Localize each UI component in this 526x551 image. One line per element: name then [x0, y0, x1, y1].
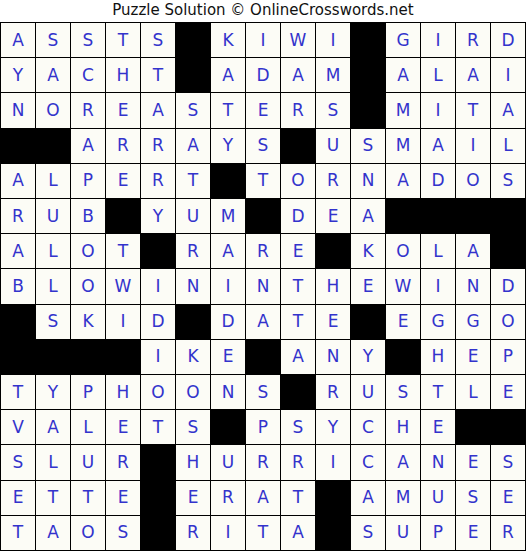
cell-r11c12: S: [386, 375, 420, 409]
cell-letter: H: [187, 454, 200, 471]
cell-r2c4: H: [106, 58, 140, 92]
cell-letter: R: [292, 454, 304, 471]
cell-r9c5: D: [141, 305, 175, 339]
cell-letter: G: [466, 313, 479, 330]
cell-r7c14: A: [456, 234, 490, 268]
cell-r6c3: B: [71, 199, 105, 233]
cell-letter: U: [222, 454, 234, 471]
cell-r3c4: E: [106, 93, 140, 127]
cell-letter: O: [46, 102, 59, 119]
cell-letter: E: [293, 243, 304, 260]
cell-letter: E: [258, 102, 269, 119]
cell-r2c5: T: [141, 58, 175, 92]
black-cell-r6c15: [491, 199, 525, 233]
black-cell-r1c11: [351, 23, 385, 57]
cell-letter: E: [328, 313, 339, 330]
cell-letter: K: [82, 313, 93, 330]
cell-r9c3: K: [71, 305, 105, 339]
cell-letter: A: [12, 172, 24, 189]
cell-letter: D: [501, 32, 514, 49]
black-cell-r12c14: [456, 410, 490, 444]
cell-letter: O: [81, 278, 94, 295]
cell-r7c4: T: [106, 234, 140, 268]
cell-r5c4: E: [106, 164, 140, 198]
cell-r12c2: A: [36, 410, 70, 444]
cell-letter: I: [260, 32, 265, 49]
cell-r13c3: U: [71, 445, 105, 479]
cell-letter: M: [396, 137, 411, 154]
cell-letter: O: [396, 243, 409, 260]
cell-r13c7: U: [211, 445, 245, 479]
black-cell-r10c1: [1, 340, 35, 374]
cell-letter: U: [397, 524, 409, 541]
cell-letter: U: [47, 208, 59, 225]
cell-r12c3: L: [71, 410, 105, 444]
cell-r15c1: T: [1, 516, 35, 550]
cell-r10c10: N: [316, 340, 350, 374]
black-cell-r15c5: [141, 516, 175, 550]
cell-letter: O: [501, 313, 514, 330]
cell-r4c11: S: [351, 129, 385, 163]
cell-r3c13: I: [421, 93, 455, 127]
cell-r8c15: D: [491, 269, 525, 303]
cell-r8c4: W: [106, 269, 140, 303]
cell-r7c3: O: [71, 234, 105, 268]
cell-r2c8: D: [246, 58, 280, 92]
cell-r3c2: O: [36, 93, 70, 127]
cell-r9c14: G: [456, 305, 490, 339]
cell-letter: R: [117, 454, 129, 471]
cell-r11c11: U: [351, 375, 385, 409]
cell-letter: A: [187, 137, 199, 154]
cell-letter: R: [327, 384, 339, 401]
cell-r12c6: S: [176, 410, 210, 444]
cell-letter: A: [222, 67, 234, 84]
cell-r11c5: O: [141, 375, 175, 409]
cell-r10c14: E: [456, 340, 490, 374]
cell-r2c7: A: [211, 58, 245, 92]
cell-r13c15: S: [491, 445, 525, 479]
cell-letter: I: [330, 32, 335, 49]
cell-letter: A: [502, 102, 514, 119]
cell-r8c7: I: [211, 269, 245, 303]
cell-r9c12: E: [386, 305, 420, 339]
cell-letter: B: [12, 278, 24, 295]
cell-letter: E: [13, 489, 24, 506]
cell-r8c1: B: [1, 269, 35, 303]
cell-r2c10: M: [316, 58, 350, 92]
cell-letter: T: [13, 384, 23, 401]
cell-r10c13: H: [421, 340, 455, 374]
cell-r6c5: Y: [141, 199, 175, 233]
cell-letter: A: [397, 172, 409, 189]
cell-r14c11: A: [351, 481, 385, 515]
cell-r3c5: A: [141, 93, 175, 127]
cell-r6c7: M: [211, 199, 245, 233]
cell-letter: T: [433, 384, 443, 401]
cell-letter: I: [330, 454, 335, 471]
cell-letter: A: [47, 524, 59, 541]
cell-r12c8: P: [246, 410, 280, 444]
cell-r14c14: S: [456, 481, 490, 515]
cell-letter: E: [398, 313, 409, 330]
cell-letter: A: [292, 524, 304, 541]
cell-r15c7: I: [211, 516, 245, 550]
black-cell-r6c8: [246, 199, 280, 233]
cell-r14c8: A: [246, 481, 280, 515]
cell-letter: N: [432, 454, 445, 471]
cell-letter: O: [466, 172, 479, 189]
cell-r13c13: N: [421, 445, 455, 479]
cell-r9c2: S: [36, 305, 70, 339]
cell-r4c10: U: [316, 129, 350, 163]
cell-r4c13: A: [421, 129, 455, 163]
cell-r15c8: T: [246, 516, 280, 550]
black-cell-r6c12: [386, 199, 420, 233]
cell-r7c7: A: [211, 234, 245, 268]
cell-letter: T: [118, 243, 128, 260]
cell-letter: P: [433, 524, 443, 541]
cell-letter: E: [118, 102, 129, 119]
cell-letter: R: [257, 454, 269, 471]
black-cell-r12c15: [491, 410, 525, 444]
cell-letter: R: [152, 172, 164, 189]
cell-letter: U: [327, 137, 339, 154]
cell-letter: D: [221, 313, 234, 330]
cell-r15c15: R: [491, 516, 525, 550]
black-cell-r10c2: [36, 340, 70, 374]
cell-r11c14: L: [456, 375, 490, 409]
cell-letter: R: [467, 32, 479, 49]
black-cell-r4c9: [281, 129, 315, 163]
black-cell-r7c15: [491, 234, 525, 268]
cell-r11c15: E: [491, 375, 525, 409]
cell-letter: D: [256, 67, 269, 84]
black-cell-r14c10: [316, 481, 350, 515]
cell-r4c3: A: [71, 129, 105, 163]
cell-letter: M: [396, 102, 411, 119]
cell-r3c9: R: [281, 93, 315, 127]
cell-r1c4: T: [106, 23, 140, 57]
black-cell-r12c7: [211, 410, 245, 444]
cell-r12c9: S: [281, 410, 315, 444]
black-cell-r4c2: [36, 129, 70, 163]
cell-letter: I: [225, 278, 230, 295]
cell-r1c5: S: [141, 23, 175, 57]
cell-r15c11: S: [351, 516, 385, 550]
cell-r7c2: L: [36, 234, 70, 268]
cell-r9c10: E: [316, 305, 350, 339]
cell-letter: W: [395, 278, 412, 295]
cell-letter: N: [327, 348, 340, 365]
cell-letter: T: [48, 489, 58, 506]
cell-letter: T: [293, 313, 303, 330]
cell-letter: O: [81, 243, 94, 260]
black-cell-r11c9: [281, 375, 315, 409]
cell-r3c14: T: [456, 93, 490, 127]
cell-letter: R: [187, 243, 199, 260]
cell-r3c10: S: [316, 93, 350, 127]
cell-letter: P: [258, 419, 268, 436]
cell-letter: T: [223, 102, 233, 119]
black-cell-r1c6: [176, 23, 210, 57]
cell-letter: S: [293, 419, 304, 436]
cell-r7c6: R: [176, 234, 210, 268]
cell-r13c1: S: [1, 445, 35, 479]
cell-letter: G: [431, 313, 444, 330]
cell-r10c5: I: [141, 340, 175, 374]
cell-letter: I: [225, 524, 230, 541]
cell-letter: T: [258, 524, 268, 541]
cell-r2c14: A: [456, 58, 490, 92]
black-cell-r2c6: [176, 58, 210, 92]
cell-r14c3: T: [71, 481, 105, 515]
cell-letter: H: [397, 419, 410, 436]
cell-letter: Y: [223, 137, 233, 154]
cell-letter: H: [117, 384, 130, 401]
cell-r13c10: I: [316, 445, 350, 479]
cell-letter: E: [328, 208, 339, 225]
cell-letter: C: [362, 454, 374, 471]
cell-letter: A: [12, 243, 24, 260]
cell-letter: M: [396, 489, 411, 506]
black-cell-r10c3: [71, 340, 105, 374]
cell-letter: D: [291, 208, 304, 225]
cell-letter: S: [118, 524, 129, 541]
cell-r11c10: R: [316, 375, 350, 409]
cell-letter: A: [362, 489, 374, 506]
cell-letter: E: [433, 419, 444, 436]
cell-letter: E: [118, 489, 129, 506]
black-cell-r9c6: [176, 305, 210, 339]
cell-r5c5: R: [141, 164, 175, 198]
black-cell-r13c5: [141, 445, 175, 479]
cell-r7c9: E: [281, 234, 315, 268]
cell-letter: E: [503, 384, 514, 401]
cell-letter: I: [435, 278, 440, 295]
cell-r11c8: S: [246, 375, 280, 409]
cell-r8c9: T: [281, 269, 315, 303]
cell-letter: Y: [363, 348, 373, 365]
cell-letter: A: [82, 137, 94, 154]
cell-r11c6: O: [176, 375, 210, 409]
cell-r8c10: H: [316, 269, 350, 303]
cell-letter: T: [153, 419, 163, 436]
cell-r9c7: D: [211, 305, 245, 339]
cell-r4c14: I: [456, 129, 490, 163]
cell-r6c10: E: [316, 199, 350, 233]
cell-r7c8: R: [246, 234, 280, 268]
cell-letter: I: [155, 348, 160, 365]
black-cell-r14c5: [141, 481, 175, 515]
cell-letter: S: [48, 32, 59, 49]
black-cell-r15c10: [316, 516, 350, 550]
cell-r10c11: Y: [351, 340, 385, 374]
cell-letter: U: [432, 489, 444, 506]
cell-letter: S: [13, 454, 24, 471]
cell-letter: L: [48, 278, 57, 295]
cell-r5c13: D: [421, 164, 455, 198]
cell-letter: T: [13, 524, 23, 541]
cell-letter: L: [433, 67, 442, 84]
cell-letter: A: [12, 32, 24, 49]
cell-letter: A: [222, 243, 234, 260]
cell-r13c14: E: [456, 445, 490, 479]
cell-letter: E: [503, 489, 514, 506]
cell-letter: N: [467, 278, 480, 295]
cell-letter: I: [470, 137, 475, 154]
cell-r12c4: E: [106, 410, 140, 444]
cell-r2c1: Y: [1, 58, 35, 92]
cell-letter: P: [503, 348, 513, 365]
cell-letter: N: [362, 172, 375, 189]
cell-r1c3: S: [71, 23, 105, 57]
cell-r2c13: L: [421, 58, 455, 92]
black-cell-r7c10: [316, 234, 350, 268]
cell-letter: O: [186, 384, 199, 401]
cell-r13c9: R: [281, 445, 315, 479]
cell-letter: H: [432, 348, 445, 365]
cell-r1c10: I: [316, 23, 350, 57]
cell-r7c12: O: [386, 234, 420, 268]
cell-r4c4: R: [106, 129, 140, 163]
cell-r3c6: S: [176, 93, 210, 127]
cell-r12c5: T: [141, 410, 175, 444]
cell-r12c1: V: [1, 410, 35, 444]
cell-r8c5: I: [141, 269, 175, 303]
cell-r1c13: I: [421, 23, 455, 57]
cell-letter: T: [258, 172, 268, 189]
cell-letter: L: [83, 419, 92, 436]
cell-letter: D: [431, 172, 444, 189]
cell-letter: A: [467, 67, 479, 84]
cell-letter: T: [83, 489, 93, 506]
cell-letter: C: [362, 419, 374, 436]
cell-r1c9: W: [281, 23, 315, 57]
cell-r8c3: O: [71, 269, 105, 303]
cell-letter: E: [118, 419, 129, 436]
cell-letter: Y: [328, 419, 338, 436]
cell-letter: E: [223, 348, 234, 365]
cell-letter: M: [326, 67, 341, 84]
cell-r13c2: L: [36, 445, 70, 479]
cell-letter: A: [467, 243, 479, 260]
cell-r15c3: O: [71, 516, 105, 550]
cell-r15c4: S: [106, 516, 140, 550]
cell-r9c8: A: [246, 305, 280, 339]
cell-r6c1: R: [1, 199, 35, 233]
cell-r8c2: L: [36, 269, 70, 303]
cell-letter: R: [152, 137, 164, 154]
cell-r8c14: N: [456, 269, 490, 303]
cell-r15c14: E: [456, 516, 490, 550]
cell-letter: Y: [13, 67, 23, 84]
cell-letter: L: [433, 243, 442, 260]
cell-letter: R: [187, 524, 199, 541]
cell-letter: S: [363, 524, 374, 541]
cell-r1c8: I: [246, 23, 280, 57]
cell-letter: U: [82, 454, 94, 471]
cell-r2c2: A: [36, 58, 70, 92]
black-cell-r9c11: [351, 305, 385, 339]
cell-letter: A: [397, 454, 409, 471]
cell-r7c11: K: [351, 234, 385, 268]
cell-r14c6: E: [176, 481, 210, 515]
cell-r14c15: E: [491, 481, 525, 515]
black-cell-r9c1: [1, 305, 35, 339]
crossword-solution-page: Puzzle Solution © OnlineCrosswords.net A…: [0, 0, 526, 551]
cell-letter: A: [397, 67, 409, 84]
cell-letter: I: [155, 278, 160, 295]
cell-r15c13: P: [421, 516, 455, 550]
cell-letter: N: [257, 278, 270, 295]
cell-letter: A: [432, 137, 444, 154]
cell-r7c1: A: [1, 234, 35, 268]
black-cell-r6c4: [106, 199, 140, 233]
cell-r8c12: W: [386, 269, 420, 303]
black-cell-r3c11: [351, 93, 385, 127]
cell-letter: T: [293, 489, 303, 506]
cell-r14c1: E: [1, 481, 35, 515]
cell-letter: A: [292, 348, 304, 365]
cell-letter: I: [435, 32, 440, 49]
cell-letter: W: [115, 278, 132, 295]
cell-r2c3: C: [71, 58, 105, 92]
cell-r5c14: O: [456, 164, 490, 198]
cell-letter: S: [328, 102, 339, 119]
cell-r11c3: P: [71, 375, 105, 409]
cell-r11c1: T: [1, 375, 35, 409]
cell-r13c12: A: [386, 445, 420, 479]
cell-r13c6: H: [176, 445, 210, 479]
cell-r5c9: O: [281, 164, 315, 198]
black-cell-r10c12: [386, 340, 420, 374]
cell-letter: L: [503, 137, 512, 154]
cell-letter: A: [257, 313, 269, 330]
cell-r4c7: Y: [211, 129, 245, 163]
cell-r1c7: K: [211, 23, 245, 57]
cell-r5c11: N: [351, 164, 385, 198]
cell-letter: P: [83, 172, 93, 189]
cell-letter: Y: [153, 208, 163, 225]
cell-r8c6: N: [176, 269, 210, 303]
cell-letter: E: [363, 278, 374, 295]
cell-r2c9: A: [281, 58, 315, 92]
cell-r5c2: L: [36, 164, 70, 198]
cell-r9c13: G: [421, 305, 455, 339]
cell-letter: L: [468, 384, 477, 401]
cell-letter: T: [188, 172, 198, 189]
cell-r4c15: L: [491, 129, 525, 163]
cell-r3c3: R: [71, 93, 105, 127]
cell-r5c8: T: [246, 164, 280, 198]
black-cell-r10c8: [246, 340, 280, 374]
cell-r10c6: K: [176, 340, 210, 374]
cell-letter: W: [290, 32, 307, 49]
cell-letter: A: [47, 67, 59, 84]
cell-letter: A: [47, 419, 59, 436]
cell-letter: I: [505, 67, 510, 84]
cell-r1c14: R: [456, 23, 490, 57]
cell-letter: S: [48, 313, 59, 330]
cell-r5c6: T: [176, 164, 210, 198]
cell-r8c8: N: [246, 269, 280, 303]
cell-letter: R: [117, 137, 129, 154]
cell-letter: B: [82, 208, 94, 225]
cell-letter: L: [48, 454, 57, 471]
cell-r8c11: E: [351, 269, 385, 303]
cell-letter: V: [12, 419, 24, 436]
